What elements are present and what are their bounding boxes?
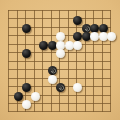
white-stone [73, 83, 82, 92]
white-stone [48, 75, 57, 84]
grid-line-vertical [59, 10, 60, 112]
grid-line-vertical [42, 10, 43, 112]
black-stone [39, 41, 48, 50]
black-stone-textured [48, 66, 57, 75]
white-stone [90, 32, 99, 41]
grid-line-vertical [51, 10, 52, 112]
go-board[interactable] [0, 0, 120, 120]
white-stone [31, 92, 40, 101]
white-stone [107, 32, 116, 41]
white-stone [73, 41, 82, 50]
black-stone [14, 92, 23, 101]
swirl-texture-icon [56, 83, 65, 92]
grid-line-vertical [76, 10, 77, 112]
grid-line-vertical [110, 10, 111, 112]
black-stone [22, 83, 31, 92]
black-stone [22, 49, 31, 58]
grid-line-vertical [68, 10, 69, 112]
black-stone-textured [56, 83, 65, 92]
grid-line-vertical [8, 10, 9, 112]
black-stone [22, 24, 31, 33]
swirl-texture-icon [48, 66, 57, 75]
white-stone [22, 100, 31, 109]
white-stone [56, 49, 65, 58]
